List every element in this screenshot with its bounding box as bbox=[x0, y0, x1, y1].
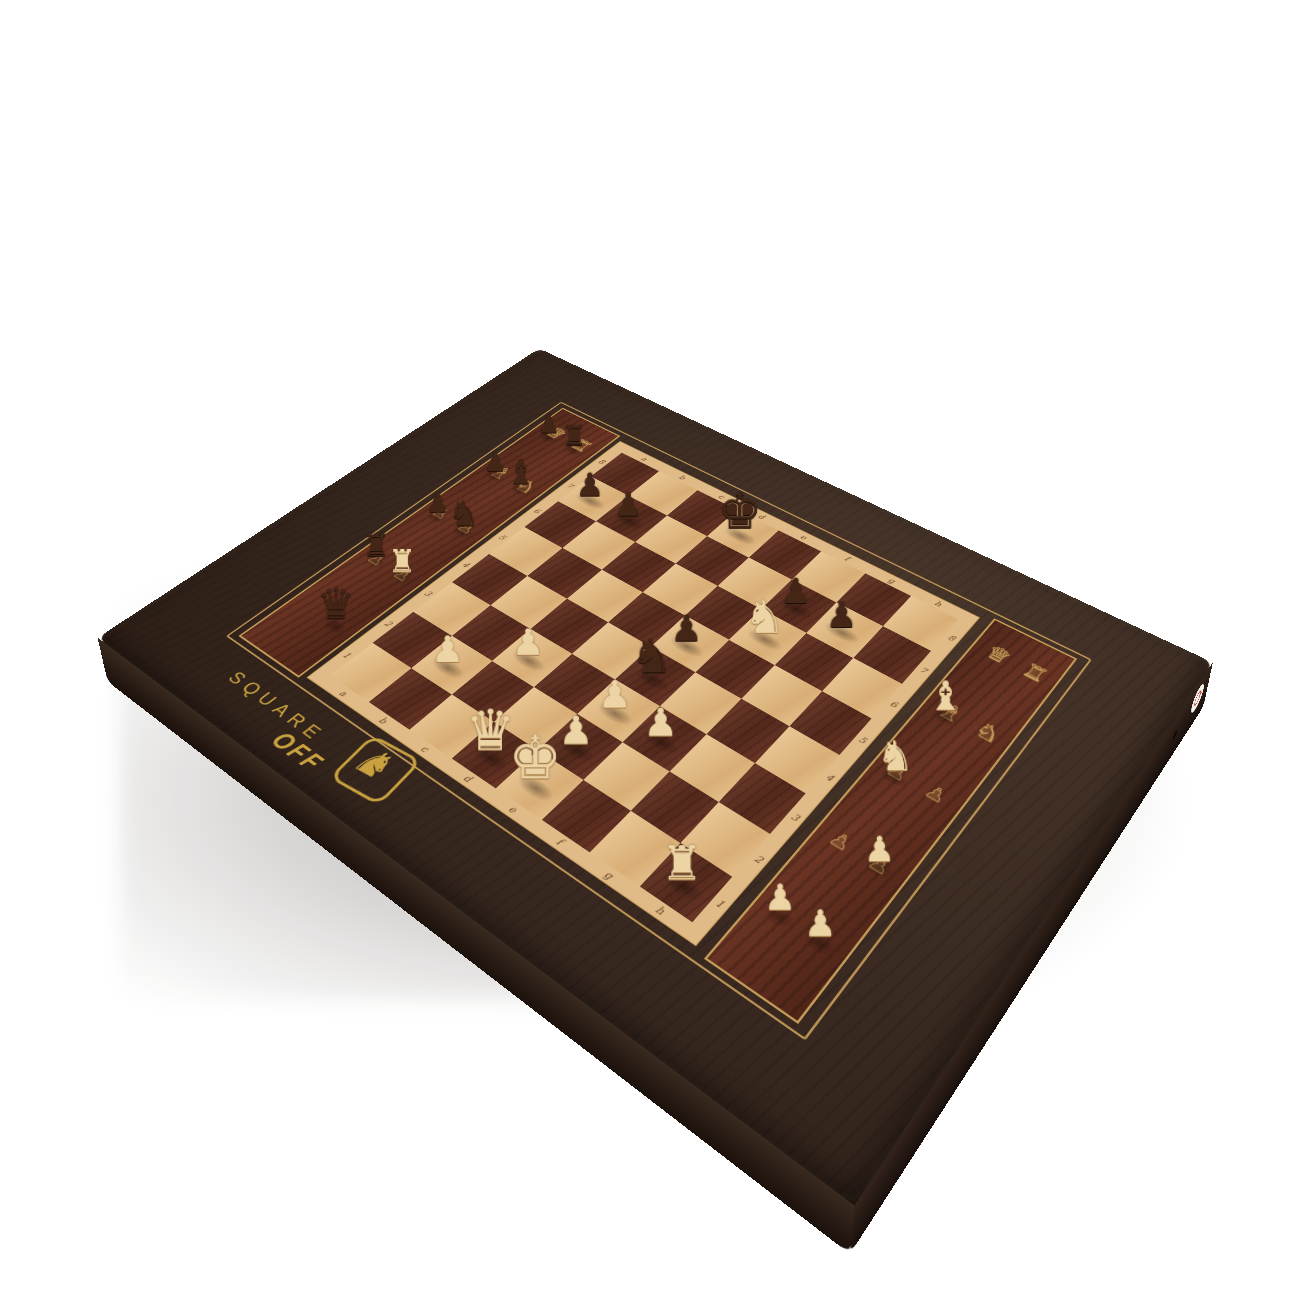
piece-wN-f6[interactable]: ♞ bbox=[744, 594, 785, 640]
square-f2[interactable] bbox=[583, 742, 669, 811]
captured-piece-bP-left-tray[interactable]: ♟ bbox=[484, 449, 507, 475]
captured-piece-wP-right-tray[interactable]: ♟ bbox=[764, 880, 796, 916]
captured-piece-wP-right-tray[interactable]: ♟ bbox=[864, 832, 895, 867]
captured-piece-bP-left-tray[interactable]: ♟ bbox=[426, 489, 450, 516]
captured-piece-bB-left-tray[interactable]: ♝ bbox=[506, 456, 536, 489]
piece-wK-e1[interactable]: ♚ bbox=[509, 728, 562, 788]
piece-wP-c3[interactable]: ♟ bbox=[512, 624, 545, 660]
piece-bP-f7[interactable]: ♟ bbox=[780, 574, 811, 609]
piece-bP-a7[interactable]: ♟ bbox=[576, 469, 605, 501]
captured-piece-bR-left-tray[interactable]: ♜ bbox=[562, 422, 587, 450]
square-off-board: ♛♜♝♞♟♟♟♟♟♜♟♝♟♞♜♜♛ ♛♜♝♞♟♟♟♟♝♞♟♟♟ ♚♟♟♟♟♞♟♞… bbox=[98, 349, 1213, 1206]
piece-bN-e4[interactable]: ♞ bbox=[631, 632, 673, 679]
captured-piece-wN-right-tray[interactable]: ♞ bbox=[877, 735, 914, 777]
captured-piece-bR-left-tray[interactable]: ♜ bbox=[363, 530, 391, 561]
captured-piece-bN-left-tray[interactable]: ♞ bbox=[448, 496, 479, 531]
piece-bP-g7[interactable]: ♟ bbox=[826, 597, 858, 633]
piece-bK-d8[interactable]: ♚ bbox=[718, 487, 762, 536]
piece-wR-h1[interactable]: ♜ bbox=[661, 839, 703, 886]
piece-wP-b2[interactable]: ♟ bbox=[432, 631, 465, 667]
piece-bP-b7[interactable]: ♟ bbox=[614, 489, 643, 521]
dc-port bbox=[1172, 729, 1178, 743]
square-f6[interactable]: ♞ bbox=[729, 609, 806, 665]
captured-piece-bQ-left-tray[interactable]: ♛ bbox=[317, 583, 355, 625]
captured-piece-wR-left-tray[interactable]: ♜ bbox=[388, 545, 416, 576]
piece-wP-e2[interactable]: ♟ bbox=[559, 711, 594, 750]
product-scene: ♛♜♝♞♟♟♟♟♟♜♟♝♟♞♜♜♛ ♛♜♝♞♟♟♟♟♝♞♟♟♟ ♚♟♟♟♟♞♟♞… bbox=[0, 0, 1300, 1300]
piece-bP-e5[interactable]: ♟ bbox=[671, 611, 703, 647]
captured-piece-wB-right-tray[interactable]: ♝ bbox=[928, 676, 964, 716]
captured-piece-bP-left-tray[interactable]: ♟ bbox=[538, 412, 561, 437]
square-f5[interactable] bbox=[695, 640, 774, 699]
logo-text-square: SQUARE bbox=[223, 667, 332, 746]
captured-piece-wP-right-tray[interactable]: ♟ bbox=[804, 905, 837, 942]
piece-wP-e3[interactable]: ♟ bbox=[598, 676, 632, 714]
piece-wP-f3[interactable]: ♟ bbox=[644, 703, 679, 742]
